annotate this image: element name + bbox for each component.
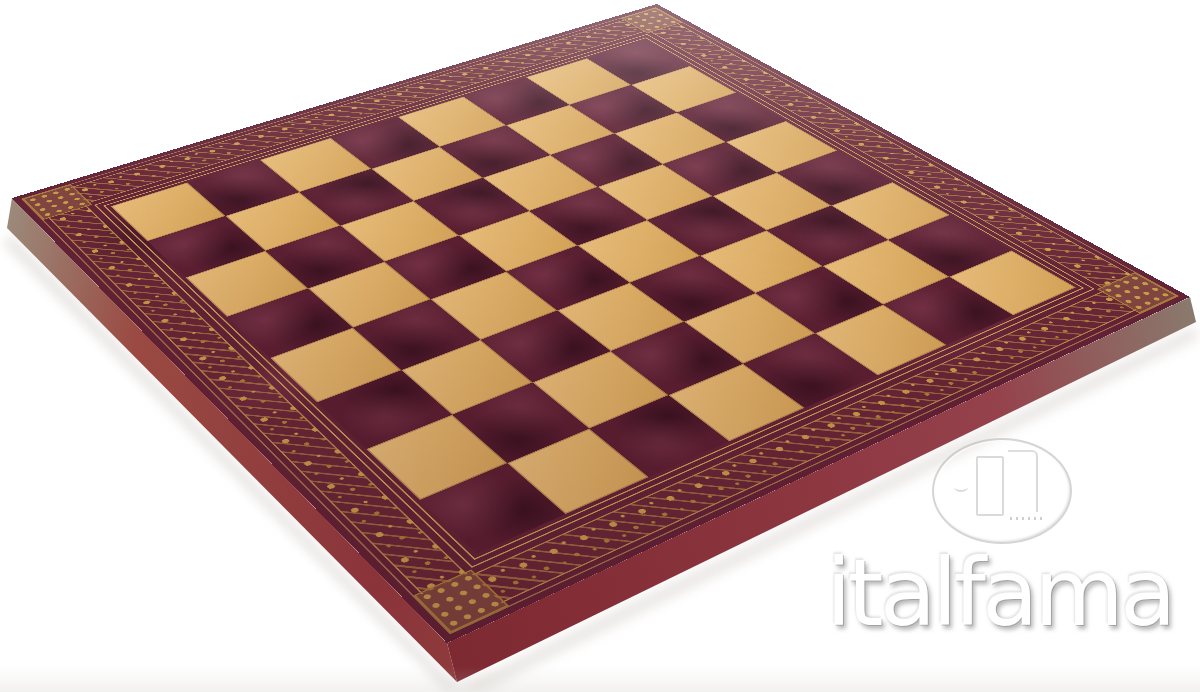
logo-glyph-dash bbox=[954, 482, 968, 492]
logo-glyph-dots bbox=[1008, 516, 1042, 521]
bottom-haze bbox=[0, 666, 1200, 692]
brand-logo-stamp bbox=[932, 438, 1072, 544]
logo-glyph-block bbox=[976, 456, 1004, 516]
playing-area bbox=[111, 40, 1076, 553]
watermark-text: italfama bbox=[826, 548, 1196, 640]
product-photo-scene: italfama bbox=[0, 0, 1200, 692]
logo-glyph-step bbox=[1008, 450, 1038, 512]
